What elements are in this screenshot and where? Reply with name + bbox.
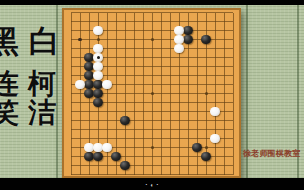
- grid-line-h: [71, 111, 233, 112]
- black-stone: [201, 35, 210, 44]
- white-stone: [93, 26, 102, 35]
- black-stone: [84, 80, 93, 89]
- black-stone: [120, 161, 129, 170]
- white-stone: [93, 143, 102, 152]
- black-stone: [84, 71, 93, 80]
- watermark-text: 徐老师围棋教室: [243, 148, 300, 159]
- black-stone: [93, 89, 102, 98]
- black-stone: [84, 53, 93, 62]
- black-stone: [120, 116, 129, 125]
- video-frame: 黑 白 连 柯 笑 洁 徐老师围棋教室 ▪ ◐ ▪: [0, 0, 304, 190]
- black-stone: [201, 152, 210, 161]
- white-stone: [210, 134, 219, 143]
- white-stone: [75, 80, 84, 89]
- grid-line-v: [161, 13, 162, 175]
- grid-line-h: [71, 129, 233, 130]
- letterbox-top: [0, 0, 304, 5]
- grid-line-h: [71, 165, 233, 166]
- star-point: [151, 146, 154, 149]
- star-point: [151, 92, 154, 95]
- grid-line-v: [170, 13, 171, 175]
- black-stone: [84, 62, 93, 71]
- grid-line-h: [71, 138, 233, 139]
- star-point: [151, 38, 154, 41]
- annotation-marker: [78, 38, 81, 41]
- white-stone: [102, 80, 111, 89]
- white-stone: [174, 35, 183, 44]
- star-point: [205, 92, 208, 95]
- grid-line-v: [224, 13, 225, 175]
- go-board: [62, 8, 241, 178]
- black-stone: [93, 152, 102, 161]
- black-player-char-1: 连: [0, 70, 19, 98]
- star-point: [97, 38, 100, 41]
- black-stone: [183, 26, 192, 35]
- player-right-icon[interactable]: ▪: [157, 183, 158, 187]
- player-toggle-icon[interactable]: ◐: [150, 182, 154, 188]
- grid-line-h: [71, 120, 233, 121]
- white-player-char-2: 洁: [28, 99, 56, 127]
- white-stone: [210, 107, 219, 116]
- last-move-marker: [97, 56, 100, 59]
- white-stone: [93, 62, 102, 71]
- white-stone: [174, 26, 183, 35]
- white-stone: [102, 143, 111, 152]
- black-stone: [183, 35, 192, 44]
- black-stone: [93, 80, 102, 89]
- white-player-char-1: 柯: [28, 70, 56, 98]
- grid-line-v: [233, 13, 234, 175]
- video-player-controls[interactable]: ▪ ◐ ▪: [135, 181, 169, 189]
- black-stone: [93, 98, 102, 107]
- black-stone: [84, 152, 93, 161]
- white-stone: [84, 143, 93, 152]
- player-left-icon[interactable]: ▪: [146, 183, 147, 187]
- black-stone: [111, 152, 120, 161]
- grid-line-h: [71, 174, 233, 175]
- black-stone: [84, 89, 93, 98]
- black-player-char-2: 笑: [0, 99, 19, 127]
- white-stone: [93, 44, 102, 53]
- white-stone: [174, 44, 183, 53]
- grid-line-v: [215, 13, 216, 175]
- black-stone: [192, 143, 201, 152]
- white-side-label: 白: [29, 26, 60, 57]
- black-side-label: 黑: [0, 26, 19, 57]
- white-stone: [93, 71, 102, 80]
- star-point: [205, 146, 208, 149]
